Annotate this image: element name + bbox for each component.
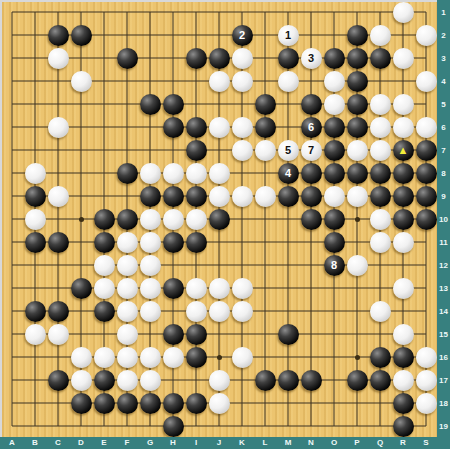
stone-black — [324, 163, 345, 184]
stone-black: ▲ — [393, 140, 414, 161]
stone-white — [117, 232, 138, 253]
stone-white — [370, 25, 391, 46]
stone-white — [232, 48, 253, 69]
row-label: 16 — [437, 352, 450, 363]
stone-white — [48, 48, 69, 69]
stone-black — [94, 370, 115, 391]
stone-white — [370, 117, 391, 138]
stone-white — [324, 94, 345, 115]
stone-white — [416, 370, 437, 391]
stone-black — [347, 163, 368, 184]
stone-black — [278, 324, 299, 345]
stone-black — [370, 347, 391, 368]
stone-white — [232, 347, 253, 368]
stone-white — [71, 347, 92, 368]
stone-black — [301, 94, 322, 115]
move-number-label: 5 — [285, 140, 291, 161]
stone-white — [324, 186, 345, 207]
move-number-stone: 2 — [232, 25, 253, 46]
stone-white — [393, 232, 414, 253]
stone-black — [48, 301, 69, 322]
stone-black — [186, 48, 207, 69]
row-label: 19 — [437, 421, 450, 432]
stone-black — [347, 48, 368, 69]
row-label: 6 — [437, 122, 450, 133]
stone-white — [370, 209, 391, 230]
stone-black — [278, 48, 299, 69]
stone-black — [71, 25, 92, 46]
stone-white — [117, 301, 138, 322]
stone-white — [324, 71, 345, 92]
stone-black — [163, 324, 184, 345]
row-label: 14 — [437, 306, 450, 317]
stone-black — [94, 209, 115, 230]
stone-black — [301, 163, 322, 184]
column-label: M — [281, 437, 295, 449]
stone-black — [278, 370, 299, 391]
star-point — [79, 217, 84, 222]
move-number-stone: 3 — [301, 48, 322, 69]
stone-white — [255, 186, 276, 207]
stone-white — [117, 278, 138, 299]
stone-white — [94, 278, 115, 299]
column-label: Q — [373, 437, 387, 449]
stone-white — [209, 71, 230, 92]
stone-black — [117, 393, 138, 414]
stone-black — [94, 301, 115, 322]
stone-black — [370, 48, 391, 69]
stone-white — [370, 140, 391, 161]
stone-black — [393, 186, 414, 207]
column-label: D — [74, 437, 88, 449]
stone-black — [163, 117, 184, 138]
row-label: 8 — [437, 168, 450, 179]
stone-black — [94, 232, 115, 253]
stone-white — [163, 163, 184, 184]
stone-white — [393, 48, 414, 69]
stone-white — [232, 140, 253, 161]
stone-black — [324, 140, 345, 161]
stone-black — [117, 48, 138, 69]
column-label: O — [327, 437, 341, 449]
stone-black — [186, 347, 207, 368]
move-number-stone: 7 — [301, 140, 322, 161]
row-label: 13 — [437, 283, 450, 294]
stone-black — [186, 324, 207, 345]
stone-black — [393, 209, 414, 230]
stone-white — [393, 278, 414, 299]
star-point — [355, 355, 360, 360]
stone-black — [347, 370, 368, 391]
stone-white — [140, 301, 161, 322]
stone-white — [140, 255, 161, 276]
stone-white — [370, 232, 391, 253]
stone-white — [163, 347, 184, 368]
stone-white — [393, 324, 414, 345]
stone-black — [416, 140, 437, 161]
stone-white — [140, 347, 161, 368]
stone-black — [209, 209, 230, 230]
column-label: R — [396, 437, 410, 449]
stone-white — [186, 301, 207, 322]
go-game-screenshot: 213657▲48 12345678910111213141516171819A… — [0, 0, 450, 449]
stone-white — [25, 163, 46, 184]
stone-black — [163, 232, 184, 253]
stone-white — [370, 94, 391, 115]
stone-white — [140, 370, 161, 391]
stone-white — [71, 370, 92, 391]
column-label: H — [166, 437, 180, 449]
stone-black — [301, 209, 322, 230]
stone-white — [232, 278, 253, 299]
stone-white — [393, 94, 414, 115]
move-number-stone: 1 — [278, 25, 299, 46]
row-label: 4 — [437, 76, 450, 87]
stone-black — [25, 186, 46, 207]
stone-black — [140, 186, 161, 207]
move-number-label: 1 — [285, 25, 291, 46]
row-label: 12 — [437, 260, 450, 271]
stone-white — [416, 393, 437, 414]
column-label: S — [419, 437, 433, 449]
move-number-label: 4 — [285, 163, 291, 184]
stone-white — [94, 255, 115, 276]
stone-black — [71, 278, 92, 299]
move-number-label: 2 — [239, 25, 245, 46]
row-label: 5 — [437, 99, 450, 110]
stone-white — [25, 324, 46, 345]
stone-black — [186, 232, 207, 253]
stone-white — [209, 301, 230, 322]
stone-black — [370, 186, 391, 207]
stone-white — [209, 278, 230, 299]
stone-white — [416, 347, 437, 368]
stone-black — [209, 48, 230, 69]
move-number-stone: 5 — [278, 140, 299, 161]
stone-white — [416, 25, 437, 46]
move-number-stone: 8 — [324, 255, 345, 276]
move-number-stone: 4 — [278, 163, 299, 184]
move-number-label: 8 — [331, 255, 337, 276]
stone-white — [117, 370, 138, 391]
row-label: 11 — [437, 237, 450, 248]
stone-white — [209, 117, 230, 138]
stone-black — [117, 163, 138, 184]
stone-white — [140, 163, 161, 184]
stone-white — [232, 71, 253, 92]
row-label: 17 — [437, 375, 450, 386]
stone-black — [25, 232, 46, 253]
stone-black — [117, 209, 138, 230]
stone-white — [140, 278, 161, 299]
stone-white — [186, 278, 207, 299]
stone-white — [347, 140, 368, 161]
stone-black — [324, 232, 345, 253]
stone-black — [163, 393, 184, 414]
row-label: 18 — [437, 398, 450, 409]
stone-white — [48, 186, 69, 207]
column-label: C — [51, 437, 65, 449]
column-label: K — [235, 437, 249, 449]
go-board[interactable]: 213657▲48 — [2, 2, 437, 437]
stone-black — [393, 393, 414, 414]
row-label: 10 — [437, 214, 450, 225]
stone-black — [163, 186, 184, 207]
stone-black — [25, 301, 46, 322]
stone-black — [347, 71, 368, 92]
stone-black — [370, 163, 391, 184]
column-label: L — [258, 437, 272, 449]
stone-white — [209, 393, 230, 414]
row-label: 15 — [437, 329, 450, 340]
stone-black — [301, 370, 322, 391]
stone-white — [416, 117, 437, 138]
stone-black — [163, 94, 184, 115]
stone-black — [324, 209, 345, 230]
stone-white — [140, 232, 161, 253]
stone-black — [324, 117, 345, 138]
stone-black — [163, 278, 184, 299]
stone-white — [71, 71, 92, 92]
stone-white — [140, 209, 161, 230]
stone-black — [324, 48, 345, 69]
stone-white — [370, 301, 391, 322]
stone-black — [163, 416, 184, 437]
stone-white — [393, 2, 414, 23]
stone-black — [416, 209, 437, 230]
stone-black — [48, 370, 69, 391]
stone-black — [347, 25, 368, 46]
stone-white — [48, 117, 69, 138]
column-label: E — [97, 437, 111, 449]
stone-black — [416, 186, 437, 207]
stone-white — [209, 186, 230, 207]
row-label: 9 — [437, 191, 450, 202]
move-number-label: 7 — [308, 140, 314, 161]
stone-black — [94, 393, 115, 414]
stone-white — [117, 347, 138, 368]
column-label: P — [350, 437, 364, 449]
move-number-label: 6 — [308, 117, 314, 138]
stone-white — [347, 255, 368, 276]
stone-black — [186, 393, 207, 414]
stone-black — [140, 393, 161, 414]
stone-black — [186, 117, 207, 138]
column-label: J — [212, 437, 226, 449]
stone-white — [117, 255, 138, 276]
column-label: N — [304, 437, 318, 449]
row-label: 3 — [437, 53, 450, 64]
stone-black — [416, 163, 437, 184]
row-label: 2 — [437, 30, 450, 41]
stone-black — [186, 140, 207, 161]
stone-black — [48, 25, 69, 46]
column-label: B — [28, 437, 42, 449]
stone-black — [393, 416, 414, 437]
stone-white — [416, 71, 437, 92]
stone-black — [140, 94, 161, 115]
column-label: G — [143, 437, 157, 449]
stone-black — [255, 94, 276, 115]
stone-white — [209, 370, 230, 391]
stone-white — [232, 117, 253, 138]
stone-black — [393, 347, 414, 368]
stone-white — [25, 209, 46, 230]
stone-black — [393, 163, 414, 184]
stone-black — [48, 232, 69, 253]
stone-black — [347, 117, 368, 138]
move-number-stone: 6 — [301, 117, 322, 138]
stone-white — [278, 71, 299, 92]
column-label: I — [189, 437, 203, 449]
star-point — [217, 355, 222, 360]
stone-black — [71, 393, 92, 414]
stone-white — [393, 370, 414, 391]
row-label: 1 — [437, 7, 450, 18]
stone-black — [278, 186, 299, 207]
move-number-label: 3 — [308, 48, 314, 69]
stone-white — [209, 163, 230, 184]
row-label: 7 — [437, 145, 450, 156]
stone-white — [186, 209, 207, 230]
stone-black — [370, 370, 391, 391]
stone-black — [347, 94, 368, 115]
column-label: A — [5, 437, 19, 449]
stone-white — [117, 324, 138, 345]
column-label: F — [120, 437, 134, 449]
triangle-marker: ▲ — [398, 140, 409, 161]
star-point — [355, 217, 360, 222]
stone-white — [393, 117, 414, 138]
stone-black — [186, 186, 207, 207]
stone-white — [255, 140, 276, 161]
stone-white — [186, 163, 207, 184]
stone-white — [94, 347, 115, 368]
stone-black — [255, 117, 276, 138]
stone-white — [232, 186, 253, 207]
stone-white — [48, 324, 69, 345]
stone-white — [163, 209, 184, 230]
stone-white — [232, 301, 253, 322]
stone-black — [301, 186, 322, 207]
stone-white — [347, 186, 368, 207]
stone-black — [255, 370, 276, 391]
